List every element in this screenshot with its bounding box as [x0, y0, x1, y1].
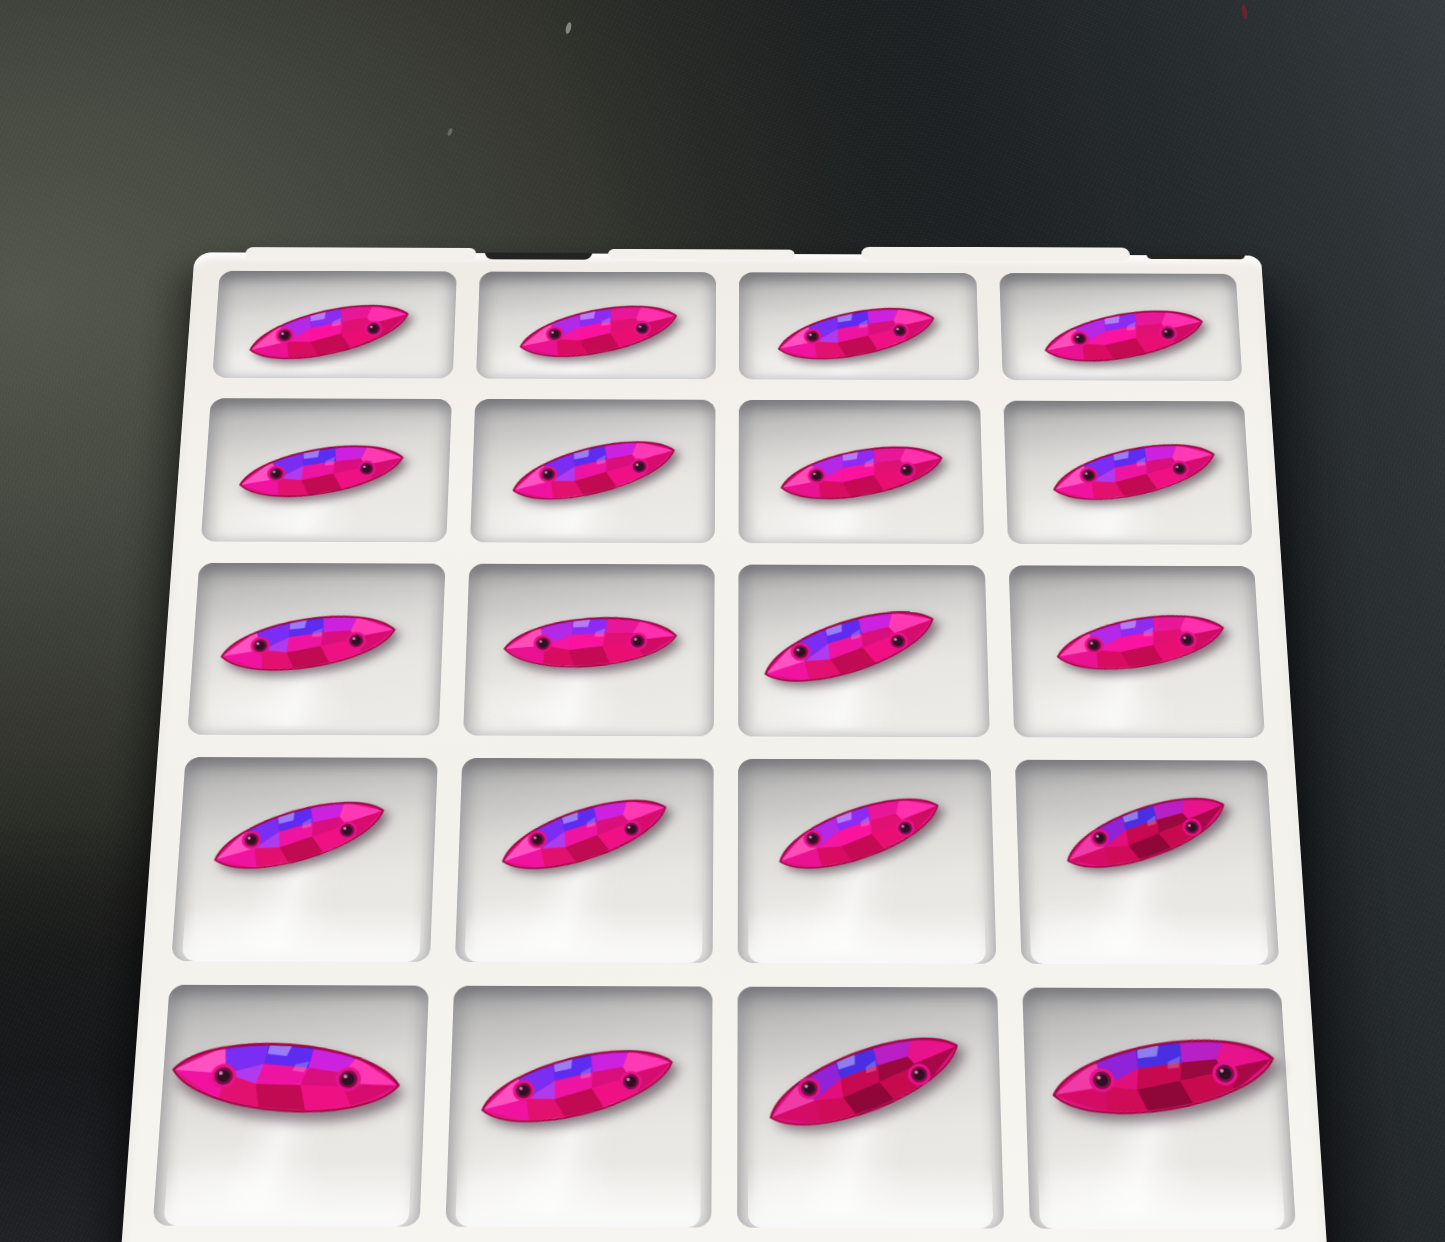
- rhinestone-gem: [1046, 592, 1235, 694]
- gem-r2c2: [501, 416, 687, 525]
- gem-r3c4: [1046, 592, 1235, 694]
- rhinestone-gem: [499, 599, 682, 686]
- rhinestone-gem: [468, 1019, 686, 1154]
- tray-cell-r1c2: [476, 272, 717, 380]
- tray-cell-r2c2: [470, 399, 716, 543]
- gem-facets: [219, 602, 399, 684]
- tray-cut-edge: [245, 247, 476, 260]
- tray-cell-r3c1: [187, 563, 445, 736]
- rhinestone-gem: [763, 770, 955, 898]
- gem-r1c2: [510, 284, 686, 380]
- storage-tray: [118, 252, 1330, 1242]
- gem-r3c1: [214, 593, 403, 695]
- gem-facets: [755, 592, 944, 701]
- gem-r2c4: [1041, 420, 1228, 524]
- rhinestone-gem: [233, 423, 412, 519]
- rhinestone-gem: [1034, 289, 1214, 384]
- gem-r4c4: [1050, 769, 1243, 897]
- tray-cell-r2c3: [739, 400, 984, 544]
- tray-cut-edge-dip: [1146, 254, 1245, 259]
- gem-facets: [1045, 1022, 1281, 1133]
- gem-facets: [758, 1014, 971, 1149]
- tray-cut-edge-dip: [485, 252, 593, 259]
- gem-facets: [776, 433, 949, 513]
- gem-r3c2: [499, 599, 682, 686]
- gem-facets: [1051, 601, 1230, 683]
- tray-perspective-wrap: [118, 252, 1330, 1242]
- gem-r4c3: [763, 770, 955, 898]
- gem-r4c1: [202, 774, 397, 898]
- rhinestone-gem: [1041, 420, 1228, 524]
- gem-r1c1: [240, 282, 419, 384]
- rhinestone-gem: [750, 1003, 979, 1162]
- tray-cell-r3c3: [738, 565, 989, 738]
- rhinestone-gem: [749, 582, 951, 711]
- gem-r1c3: [768, 286, 945, 382]
- rhinestone-gem: [771, 424, 953, 522]
- tray-cell-r4c3: [738, 759, 996, 964]
- tray-cut-edge: [861, 247, 1130, 262]
- gem-facets: [1039, 297, 1209, 374]
- rhinestone-gem: [487, 771, 681, 898]
- tray-cell-r3c4: [1008, 565, 1265, 738]
- gem-r5c4: [1039, 1008, 1289, 1146]
- gem-facets: [237, 432, 407, 510]
- tray-cell-r4c4: [1014, 760, 1279, 965]
- rhinestone-gem: [510, 284, 686, 380]
- rhinestone-gem: [768, 286, 945, 382]
- rhinestone-gem: [240, 282, 419, 384]
- gem-r5c3: [750, 1003, 979, 1162]
- gem-r2c3: [771, 424, 953, 522]
- gem-r2c1: [233, 423, 412, 519]
- tray-cell-r5c1: [153, 985, 429, 1227]
- tray-cell-r1c3: [739, 272, 979, 380]
- rhinestone-gem: [1039, 1008, 1289, 1146]
- rhinestone-gem: [202, 774, 397, 898]
- gem-facets: [770, 780, 949, 888]
- gem-facets: [493, 781, 675, 888]
- tray-cut-edge: [608, 249, 795, 259]
- tray-cell-r4c1: [171, 757, 437, 962]
- gem-r5c1: [163, 1019, 409, 1138]
- tray-cell-r1c4: [999, 273, 1243, 381]
- tray-grid: [151, 271, 1297, 1242]
- gem-r5c2: [468, 1019, 686, 1154]
- tray-cell-r2c1: [201, 398, 452, 542]
- tray-cell-r5c3: [737, 987, 1004, 1229]
- rhinestone-gem: [214, 593, 403, 695]
- rhinestone-gem: [163, 1019, 409, 1138]
- gem-facets: [208, 784, 392, 888]
- gem-facets: [515, 292, 682, 371]
- gem-r3c3: [749, 582, 951, 711]
- gem-r1c4: [1034, 289, 1214, 384]
- rhinestone-gem: [1050, 769, 1243, 897]
- tray-cell-r2c4: [1003, 401, 1253, 545]
- rhinestone-gem: [501, 416, 687, 525]
- gem-facets: [1056, 779, 1235, 887]
- tray-cell-r4c2: [454, 758, 713, 963]
- gem-r4c2: [487, 771, 681, 898]
- tray-cell-r1c1: [212, 271, 456, 379]
- tray-cell-r3c2: [463, 564, 715, 737]
- tray-cell-r5c4: [1022, 988, 1296, 1230]
- tray-cell-r5c2: [445, 986, 713, 1228]
